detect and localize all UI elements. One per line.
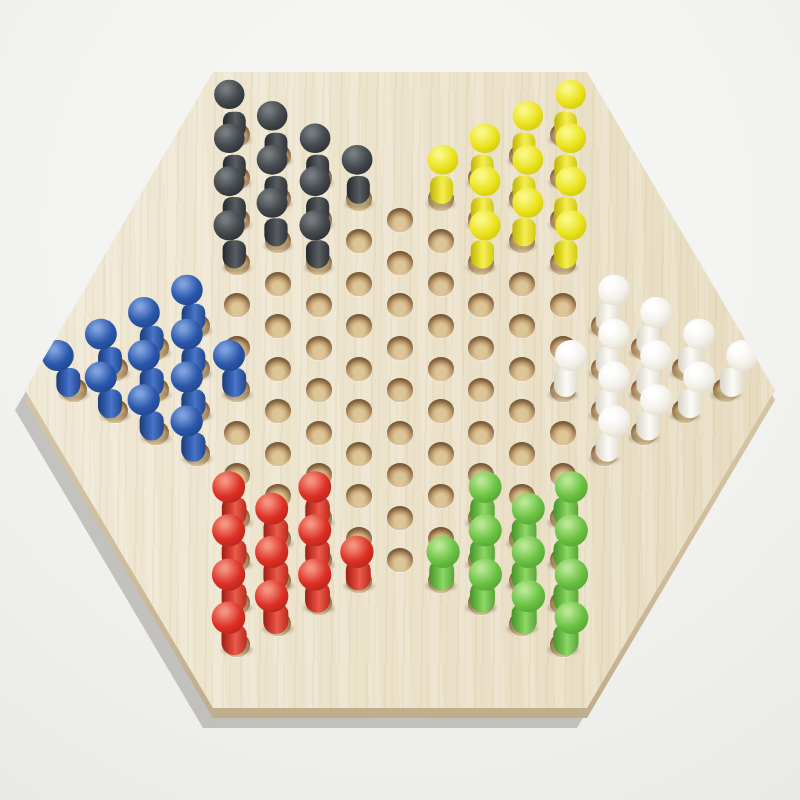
chinese-checkers-board xyxy=(0,0,800,800)
peg-body xyxy=(554,368,578,397)
peg-head xyxy=(127,384,159,415)
peg-head xyxy=(555,340,587,371)
peg-body xyxy=(223,240,246,268)
peg-head xyxy=(299,166,330,196)
peg-black[interactable] xyxy=(221,214,254,270)
peg-white[interactable] xyxy=(709,340,743,398)
peg-head xyxy=(512,536,545,568)
peg-body xyxy=(678,389,702,418)
peg-yellow[interactable] xyxy=(465,214,498,270)
peg-red[interactable] xyxy=(301,550,336,610)
peg-head xyxy=(213,340,245,371)
peg-black[interactable] xyxy=(343,151,376,207)
peg-head xyxy=(128,340,160,371)
peg-body xyxy=(513,218,536,246)
peg-head xyxy=(214,123,245,153)
peg-head xyxy=(298,514,331,546)
peg-head xyxy=(85,362,117,393)
peg-blue[interactable] xyxy=(179,403,213,462)
peg-head xyxy=(469,514,502,546)
pegs-layer xyxy=(0,0,800,800)
peg-head xyxy=(255,536,288,568)
peg-head xyxy=(255,580,288,612)
peg-head xyxy=(726,340,758,371)
peg-head xyxy=(255,492,288,524)
peg-head xyxy=(555,166,586,196)
peg-body xyxy=(430,176,453,204)
peg-head xyxy=(469,558,502,590)
peg-head xyxy=(213,471,246,503)
peg-head xyxy=(598,362,630,393)
peg-head xyxy=(470,210,501,240)
peg-head xyxy=(470,123,501,153)
peg-head xyxy=(555,123,586,153)
peg-body xyxy=(306,240,329,268)
peg-yellow[interactable] xyxy=(424,151,457,207)
peg-body xyxy=(98,389,122,418)
peg-blue[interactable] xyxy=(220,340,254,398)
peg-head xyxy=(470,166,501,196)
peg-body xyxy=(264,218,287,246)
peg-head xyxy=(214,210,245,240)
peg-head xyxy=(469,471,502,503)
peg-black[interactable] xyxy=(302,214,335,270)
peg-head xyxy=(598,405,630,436)
peg-head xyxy=(298,471,331,503)
peg-head xyxy=(128,297,160,328)
peg-head xyxy=(513,145,544,175)
peg-head xyxy=(212,558,245,590)
peg-black[interactable] xyxy=(261,193,294,249)
peg-head xyxy=(598,318,630,349)
peg-head xyxy=(256,188,287,218)
peg-blue[interactable] xyxy=(139,382,173,440)
peg-head xyxy=(513,188,544,218)
peg-green[interactable] xyxy=(504,571,540,632)
peg-head xyxy=(555,558,588,590)
peg-head xyxy=(640,384,672,415)
peg-head xyxy=(212,514,245,546)
peg-red[interactable] xyxy=(219,592,255,653)
peg-head xyxy=(257,101,287,130)
peg-white[interactable] xyxy=(586,403,620,462)
peg-head xyxy=(214,166,245,196)
peg-head xyxy=(212,601,246,634)
peg-head xyxy=(427,145,458,175)
peg-head xyxy=(555,601,589,634)
peg-head xyxy=(598,275,630,306)
peg-head xyxy=(512,580,545,612)
peg-head xyxy=(299,210,330,240)
peg-head xyxy=(257,145,288,175)
peg-head xyxy=(298,558,331,590)
peg-green[interactable] xyxy=(423,529,458,589)
peg-red[interactable] xyxy=(260,571,296,632)
peg-head xyxy=(512,492,545,524)
peg-head xyxy=(42,340,74,371)
peg-white[interactable] xyxy=(668,361,702,419)
peg-yellow[interactable] xyxy=(506,193,539,249)
peg-body xyxy=(719,368,743,397)
peg-head xyxy=(555,80,585,109)
peg-head xyxy=(555,471,588,503)
peg-body xyxy=(471,240,494,268)
peg-head xyxy=(555,210,586,240)
peg-head xyxy=(170,405,202,436)
peg-head xyxy=(342,145,373,175)
peg-head xyxy=(170,362,202,393)
peg-red[interactable] xyxy=(342,529,377,589)
peg-yellow[interactable] xyxy=(546,214,579,270)
peg-white[interactable] xyxy=(627,382,661,440)
peg-head xyxy=(513,101,543,130)
peg-head xyxy=(426,536,459,568)
peg-blue[interactable] xyxy=(98,361,132,419)
peg-white[interactable] xyxy=(546,340,580,398)
peg-body xyxy=(347,176,370,204)
peg-head xyxy=(214,80,244,109)
peg-head xyxy=(683,362,715,393)
peg-head xyxy=(171,275,203,306)
product-photo-scene xyxy=(0,0,800,800)
peg-body xyxy=(554,240,577,268)
peg-head xyxy=(299,123,330,153)
peg-green[interactable] xyxy=(545,592,581,653)
peg-body xyxy=(222,368,246,397)
peg-head xyxy=(555,514,588,546)
peg-head xyxy=(170,318,202,349)
peg-body xyxy=(57,368,81,397)
peg-green[interactable] xyxy=(464,550,499,610)
